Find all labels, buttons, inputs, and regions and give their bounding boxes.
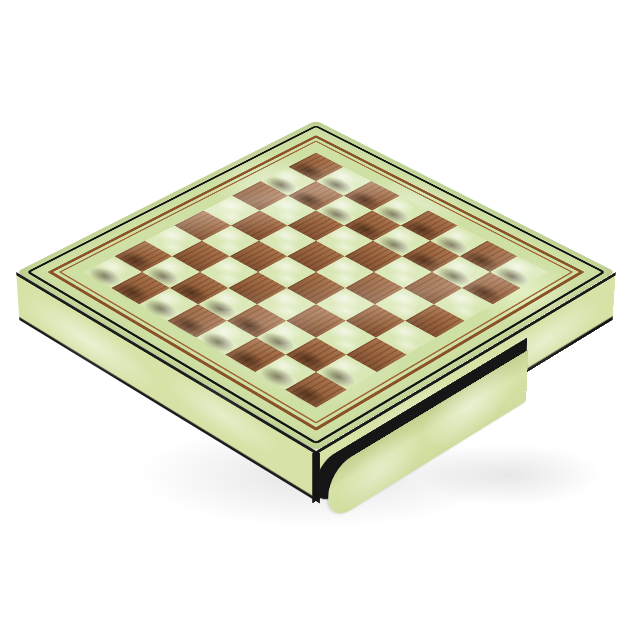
board-square xyxy=(346,338,406,372)
board-square xyxy=(287,272,345,304)
board-square xyxy=(346,304,405,337)
piece-black-rook: ♜ xyxy=(285,350,328,398)
board-square xyxy=(375,288,434,321)
piece-white-pawn: ♟ xyxy=(467,259,500,295)
product-photo-scene: ♜♞♝♚♛♝♞♜♟♟♟♟♟♟♟♟♟♟♟♟♟♟♟♟♜♞♝♚♛♝♞♜ xyxy=(0,0,630,630)
board-square xyxy=(345,272,403,304)
piece-white-pawn: ♟ xyxy=(436,244,468,280)
board-square xyxy=(316,288,375,321)
board-square xyxy=(405,304,464,337)
board-square xyxy=(376,321,436,355)
